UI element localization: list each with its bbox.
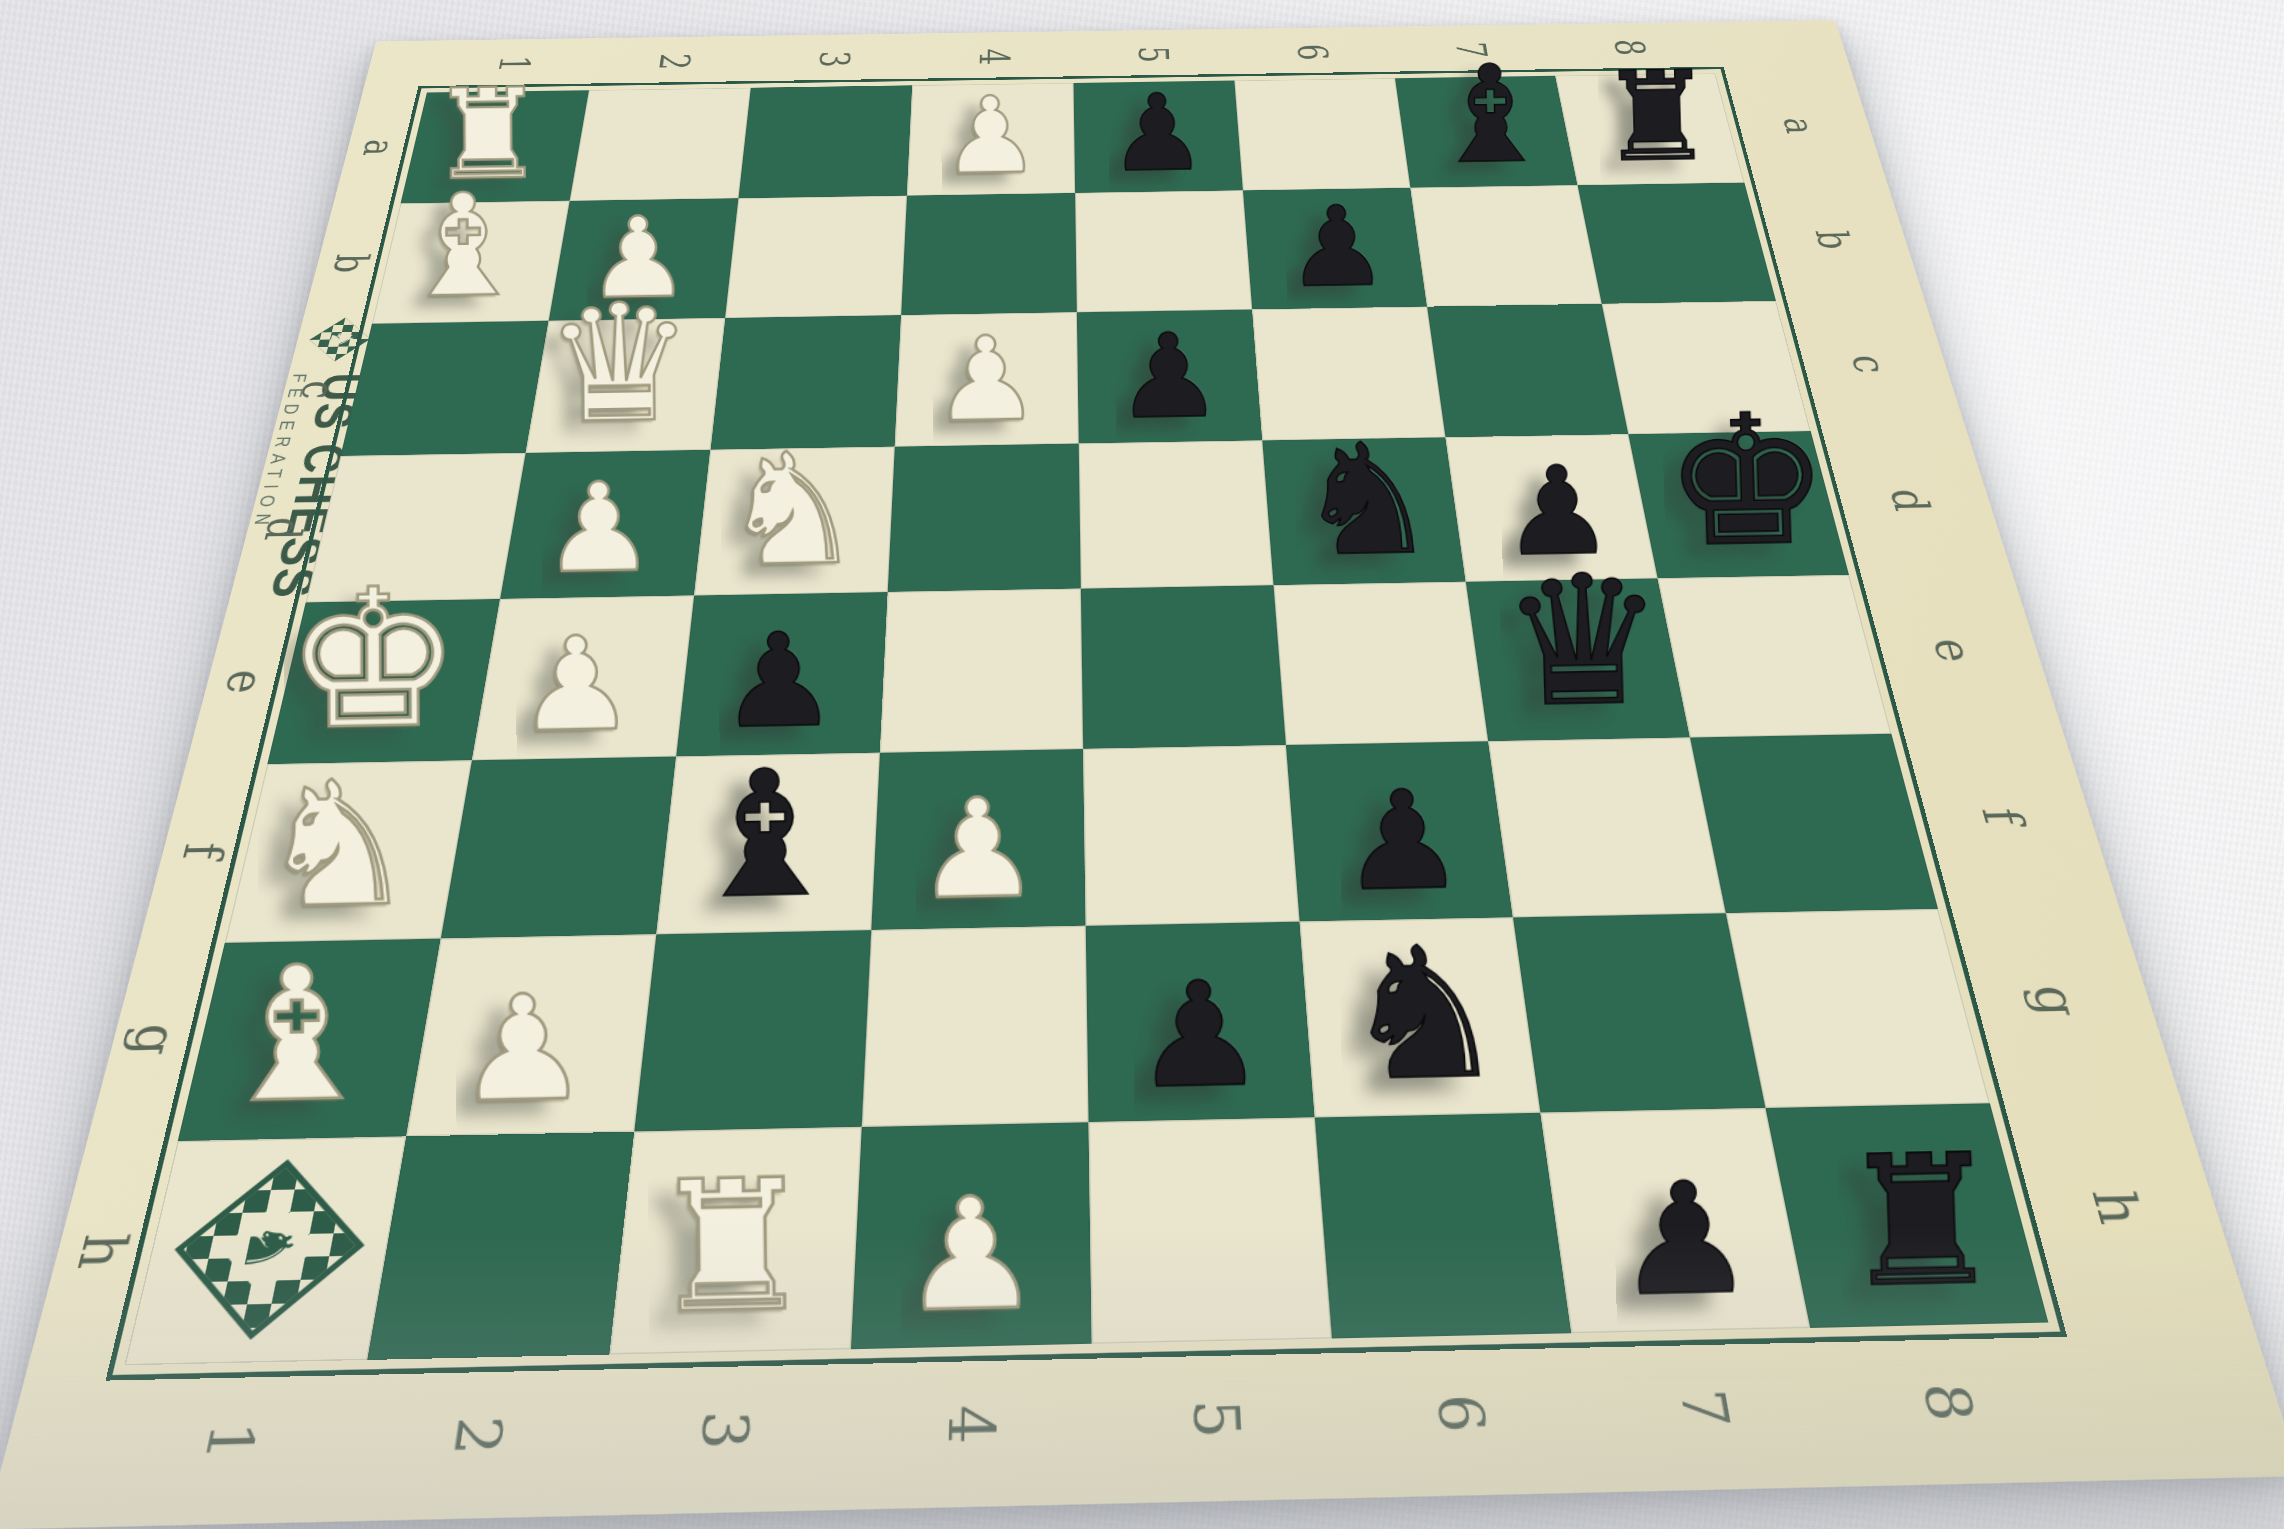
square-c4[interactable]: ♟ <box>895 312 1079 446</box>
square-b3[interactable] <box>725 195 907 318</box>
square-a8[interactable]: ♜ <box>1555 73 1744 185</box>
piece-white-pawn-e2[interactable]: ♟ <box>516 623 637 748</box>
square-b4[interactable] <box>901 193 1077 315</box>
square-g3[interactable] <box>634 930 871 1132</box>
square-g6[interactable]: ♞ <box>1300 917 1541 1118</box>
piece-black-pawn-b6[interactable]: ♟ <box>1285 194 1390 300</box>
square-a7[interactable]: ♝ <box>1395 76 1578 188</box>
uschess-logo-icon: ♞ <box>304 317 375 362</box>
square-d6[interactable]: ♞ <box>1262 437 1466 585</box>
square-b6[interactable]: ♟ <box>1243 188 1427 310</box>
piece-white-bishop-g1[interactable]: ♝ <box>211 946 383 1125</box>
label-top-rank-5: 5 <box>1131 40 1176 69</box>
square-h5[interactable] <box>1089 1118 1332 1344</box>
square-f5[interactable] <box>1083 745 1299 925</box>
square-d5[interactable] <box>1079 440 1274 589</box>
square-h6[interactable] <box>1315 1113 1572 1338</box>
piece-black-bishop-a7[interactable]: ♝ <box>1426 50 1555 179</box>
label-bottom-rank-3: 3 <box>687 1396 760 1465</box>
piece-white-rook-h3[interactable]: ♜ <box>648 1160 816 1335</box>
piece-white-knight-d3[interactable]: ♞ <box>719 436 864 584</box>
label-bottom-rank-6: 6 <box>1424 1380 1498 1448</box>
square-g7[interactable] <box>1513 913 1766 1113</box>
square-g4[interactable] <box>862 926 1089 1128</box>
piece-black-pawn-g5[interactable]: ♟ <box>1132 966 1267 1106</box>
square-d2[interactable]: ♟ <box>500 449 710 598</box>
piece-black-pawn-c5[interactable]: ♟ <box>1114 321 1224 433</box>
label-right-file-d: d <box>1878 481 1940 521</box>
square-a5[interactable]: ♟ <box>1074 81 1243 193</box>
square-b5[interactable] <box>1075 190 1252 312</box>
label-left-file-e: e <box>212 659 277 704</box>
piece-white-bishop-b1[interactable]: ♝ <box>396 179 529 315</box>
label-left-file-a: a <box>353 132 406 163</box>
label-right-file-b: b <box>1805 223 1861 256</box>
square-e8[interactable] <box>1658 575 1892 738</box>
square-a4[interactable]: ♟ <box>907 83 1075 195</box>
square-f6[interactable]: ♟ <box>1286 742 1513 922</box>
square-c7[interactable] <box>1427 304 1628 437</box>
piece-black-rook-a8[interactable]: ♜ <box>1597 58 1715 177</box>
square-b8[interactable] <box>1578 182 1776 304</box>
piece-black-pawn-h7[interactable]: ♟ <box>1613 1165 1757 1314</box>
piece-black-knight-g6[interactable]: ♞ <box>1338 926 1509 1101</box>
square-e6[interactable] <box>1274 582 1489 746</box>
square-e3[interactable]: ♟ <box>676 592 888 757</box>
square-h1[interactable]: ♞ <box>124 1137 406 1365</box>
piece-white-pawn-h4[interactable]: ♟ <box>899 1180 1042 1329</box>
label-right-file-g: g <box>2019 974 2094 1028</box>
piece-black-rook-h8[interactable]: ♜ <box>1836 1135 2005 1309</box>
label-right-file-c: c <box>1840 346 1899 382</box>
board-perspective-wrap: ♞ US CHESS FEDERATION ♜♟♟♝♜♝♟♟♛♟♟♟♞♞♟♚♚♟… <box>0 20 2284 1529</box>
square-h4[interactable]: ♟ <box>851 1123 1092 1350</box>
square-c5[interactable]: ♟ <box>1077 310 1262 444</box>
label-bottom-rank-7: 7 <box>1666 1374 1744 1442</box>
label-bottom-rank-5: 5 <box>1181 1385 1251 1453</box>
table-fabric-background: ♞ US CHESS FEDERATION ♜♟♟♝♜♝♟♟♛♟♟♟♞♞♟♚♚♟… <box>0 0 2284 1529</box>
square-d4[interactable] <box>888 443 1081 592</box>
piece-white-pawn-g2[interactable]: ♟ <box>456 979 591 1119</box>
square-c2[interactable]: ♛ <box>526 318 725 453</box>
square-a6[interactable] <box>1234 78 1410 190</box>
square-f3[interactable]: ♝ <box>656 753 880 934</box>
piece-black-queen-e7[interactable]: ♛ <box>1499 556 1669 729</box>
square-h8[interactable]: ♜ <box>1766 1104 2049 1328</box>
square-h2[interactable] <box>367 1132 634 1360</box>
square-g5[interactable]: ♟ <box>1086 922 1315 1123</box>
square-e7[interactable]: ♛ <box>1466 578 1690 741</box>
piece-black-pawn-e3[interactable]: ♟ <box>718 619 839 744</box>
knight-icon: ♞ <box>321 329 361 349</box>
square-h3[interactable]: ♜ <box>609 1127 861 1354</box>
label-top-rank-2: 2 <box>650 47 698 76</box>
label-right-file-e: e <box>1920 629 1986 673</box>
piece-black-pawn-a5[interactable]: ♟ <box>1107 83 1208 185</box>
label-top-rank-4: 4 <box>971 42 1015 71</box>
square-e5[interactable] <box>1081 585 1286 749</box>
square-g8[interactable] <box>1726 909 1990 1109</box>
piece-white-knight-f1[interactable]: ♞ <box>257 762 417 928</box>
square-a2[interactable] <box>570 88 751 201</box>
piece-white-queen-c2[interactable]: ♛ <box>543 286 696 442</box>
label-bottom-rank-2: 2 <box>438 1401 515 1470</box>
label-left-file-h: h <box>62 1220 142 1283</box>
label-top-rank-3: 3 <box>811 45 857 74</box>
label-left-file-g: g <box>118 1012 192 1068</box>
piece-white-king-e1[interactable]: ♚ <box>284 567 463 752</box>
piece-white-pawn-c4[interactable]: ♟ <box>931 324 1041 436</box>
square-d3[interactable]: ♞ <box>694 446 895 595</box>
square-f8[interactable] <box>1690 734 1938 913</box>
square-f4[interactable]: ♟ <box>871 749 1085 930</box>
label-bottom-rank-8: 8 <box>1907 1369 1989 1437</box>
piece-black-bishop-f3[interactable]: ♝ <box>683 752 846 920</box>
piece-black-knight-d6[interactable]: ♞ <box>1294 426 1439 574</box>
square-h7[interactable]: ♟ <box>1540 1109 1810 1334</box>
piece-black-king-d8[interactable]: ♚ <box>1661 394 1833 567</box>
label-right-file-a: a <box>1773 111 1826 141</box>
square-e2[interactable]: ♟ <box>472 596 694 761</box>
piece-white-pawn-a4[interactable]: ♟ <box>940 85 1040 187</box>
label-left-file-f: f <box>167 826 237 876</box>
piece-black-pawn-f6[interactable]: ♟ <box>1339 775 1467 906</box>
square-a3[interactable] <box>739 85 913 198</box>
square-f1[interactable]: ♞ <box>225 761 472 943</box>
square-g2[interactable]: ♟ <box>406 934 656 1137</box>
piece-white-pawn-d2[interactable]: ♟ <box>542 469 657 587</box>
vinyl-chess-mat: ♞ US CHESS FEDERATION ♜♟♟♝♜♝♟♟♛♟♟♟♞♞♟♚♚♟… <box>0 20 2284 1529</box>
label-right-file-f: f <box>1967 792 2037 841</box>
piece-white-pawn-f4[interactable]: ♟ <box>914 783 1042 915</box>
label-top-rank-6: 6 <box>1289 38 1335 67</box>
square-e1[interactable]: ♚ <box>267 599 500 765</box>
square-f2[interactable] <box>441 757 676 939</box>
square-b7[interactable] <box>1410 185 1601 307</box>
square-b1[interactable]: ♝ <box>372 201 570 324</box>
label-left-file-b: b <box>322 246 377 280</box>
label-bottom-rank-4: 4 <box>936 1390 1004 1458</box>
square-e4[interactable] <box>880 589 1083 753</box>
label-bottom-rank-1: 1 <box>189 1407 271 1476</box>
board: ♜♟♟♝♜♝♟♟♛♟♟♟♞♞♟♚♚♟♟♛♞♝♟♟♝♟♟♞ ♞ ♜♟♟♜ <box>124 73 2048 1365</box>
square-f7[interactable] <box>1488 738 1726 917</box>
label-right-file-h: h <box>2077 1177 2157 1238</box>
uschess-corner-watermark: ♞ <box>153 1158 380 1343</box>
square-g1[interactable]: ♝ <box>178 939 441 1142</box>
